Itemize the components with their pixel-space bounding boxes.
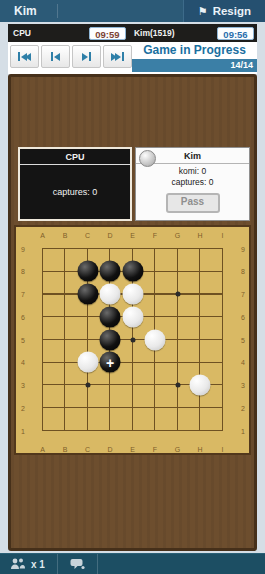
coord-label-row: 3 xyxy=(241,382,245,389)
black-stone xyxy=(100,329,121,350)
wood-panel: CPU captures: 0 Kim komi: 0 captures: 0 … xyxy=(8,74,257,551)
coord-label-row: 1 xyxy=(21,427,25,434)
step-forward-icon-bar xyxy=(89,52,91,61)
board[interactable]: AABBCCDDEEFFGGHHII998877665544332211+ xyxy=(14,225,251,455)
nav-row: Game in Progress 14/14 xyxy=(8,42,257,74)
coord-label-row: 9 xyxy=(21,245,25,252)
top-bar: Kim ⚑ Resign xyxy=(0,0,265,22)
coord-label-col: E xyxy=(130,446,135,453)
skip-start-icon-tri2 xyxy=(25,53,31,61)
coord-label-col: H xyxy=(197,232,202,239)
footer-divider-1 xyxy=(57,554,58,574)
move-counter-bar: 14/14 xyxy=(132,59,257,72)
coord-label-row: 4 xyxy=(21,359,25,366)
coord-label-col: F xyxy=(153,446,157,453)
cpu-name-label: CPU xyxy=(13,28,31,38)
skip-end-icon-bar xyxy=(122,52,124,61)
coord-label-row: 5 xyxy=(241,336,245,343)
coord-label-col: I xyxy=(222,232,224,239)
skip-end-icon-tri2 xyxy=(115,53,121,61)
coord-label-col: H xyxy=(197,446,202,453)
step-forward-button[interactable] xyxy=(72,45,101,68)
coord-label-row: 9 xyxy=(241,245,245,252)
last-move-marker: + xyxy=(100,352,121,373)
coord-label-row: 2 xyxy=(241,404,245,411)
coord-label-row: 7 xyxy=(21,291,25,298)
pass-button[interactable]: Pass xyxy=(166,193,220,213)
star-point xyxy=(85,383,90,388)
black-stone xyxy=(77,261,98,282)
black-stone xyxy=(100,261,121,282)
white-stone xyxy=(145,329,166,350)
coord-label-col: C xyxy=(85,446,90,453)
resign-button[interactable]: ⚑ Resign xyxy=(183,0,265,22)
skip-start-icon xyxy=(18,52,20,61)
coord-label-row: 8 xyxy=(21,268,25,275)
viewers-button[interactable]: x 1 xyxy=(10,558,45,570)
status-bar: CPU 09:59 Kim(1519) 09:56 xyxy=(8,24,257,42)
coord-label-col: G xyxy=(175,446,180,453)
footer-divider-2 xyxy=(97,554,98,574)
star-point xyxy=(175,383,180,388)
coord-label-row: 8 xyxy=(241,268,245,275)
white-stone xyxy=(100,284,121,305)
coord-label-col: D xyxy=(107,232,112,239)
footer-bar: x 1 xyxy=(0,553,265,574)
kim-panel: Kim komi: 0 captures: 0 Pass xyxy=(135,147,250,221)
flag-icon: ⚑ xyxy=(198,6,208,17)
coord-label-row: 6 xyxy=(21,313,25,320)
coord-label-col: E xyxy=(130,232,135,239)
coord-label-col: B xyxy=(63,232,68,239)
white-stone xyxy=(77,352,98,373)
coord-label-col: C xyxy=(85,232,90,239)
coord-label-col: A xyxy=(40,446,45,453)
cpu-panel: CPU captures: 0 xyxy=(18,147,132,221)
white-stone xyxy=(190,375,211,396)
game-state-block: Game in Progress 14/14 xyxy=(132,42,257,74)
skip-to-start-button[interactable] xyxy=(10,45,39,68)
coord-label-row: 3 xyxy=(21,382,25,389)
resign-label: Resign xyxy=(213,5,251,17)
kim-panel-body: komi: 0 captures: 0 Pass xyxy=(136,164,249,213)
chat-icon xyxy=(70,558,85,570)
black-stone xyxy=(77,284,98,305)
group-icon xyxy=(10,558,26,570)
kim-name-label: Kim(1519) xyxy=(134,28,175,38)
chat-button[interactable] xyxy=(70,558,85,570)
cpu-captures-label: captures: 0 xyxy=(20,165,130,218)
coord-label-col: G xyxy=(175,232,180,239)
coord-label-row: 1 xyxy=(241,427,245,434)
cpu-clock: 09:59 xyxy=(89,27,126,40)
game-state-label: Game in Progress xyxy=(132,42,257,58)
step-forward-icon xyxy=(82,53,88,61)
coord-label-col: I xyxy=(222,446,224,453)
move-nav-buttons xyxy=(8,42,132,74)
coord-label-row: 6 xyxy=(241,313,245,320)
white-stone-icon xyxy=(139,150,156,167)
coord-label-row: 5 xyxy=(21,336,25,343)
white-stone xyxy=(122,284,143,305)
topbar-divider xyxy=(57,4,58,18)
white-stone xyxy=(122,306,143,327)
star-point xyxy=(175,292,180,297)
coord-label-row: 7 xyxy=(241,291,245,298)
player-panels: CPU captures: 0 Kim komi: 0 captures: 0 … xyxy=(18,147,250,221)
cpu-panel-title: CPU xyxy=(20,149,130,165)
content-column: CPU 09:59 Kim(1519) 09:56 Game in Progre… xyxy=(8,24,257,551)
coord-label-col: D xyxy=(107,446,112,453)
skip-to-end-button[interactable] xyxy=(103,45,132,68)
viewers-count: x 1 xyxy=(31,559,45,570)
black-stone xyxy=(100,306,121,327)
star-point xyxy=(130,337,135,342)
step-back-icon-tri xyxy=(54,53,60,61)
komi-label: komi: 0 xyxy=(136,166,249,177)
coord-label-col: B xyxy=(63,446,68,453)
step-back-button[interactable] xyxy=(41,45,70,68)
coord-label-col: F xyxy=(153,232,157,239)
coord-label-row: 2 xyxy=(21,404,25,411)
kim-captures-label: captures: 0 xyxy=(136,177,249,188)
black-stone xyxy=(122,261,143,282)
kim-clock: 09:56 xyxy=(217,27,254,40)
coord-label-col: A xyxy=(40,232,45,239)
coord-label-row: 4 xyxy=(241,359,245,366)
black-stone: + xyxy=(100,352,121,373)
step-back-icon xyxy=(51,52,53,61)
user-title: Kim xyxy=(14,4,37,18)
